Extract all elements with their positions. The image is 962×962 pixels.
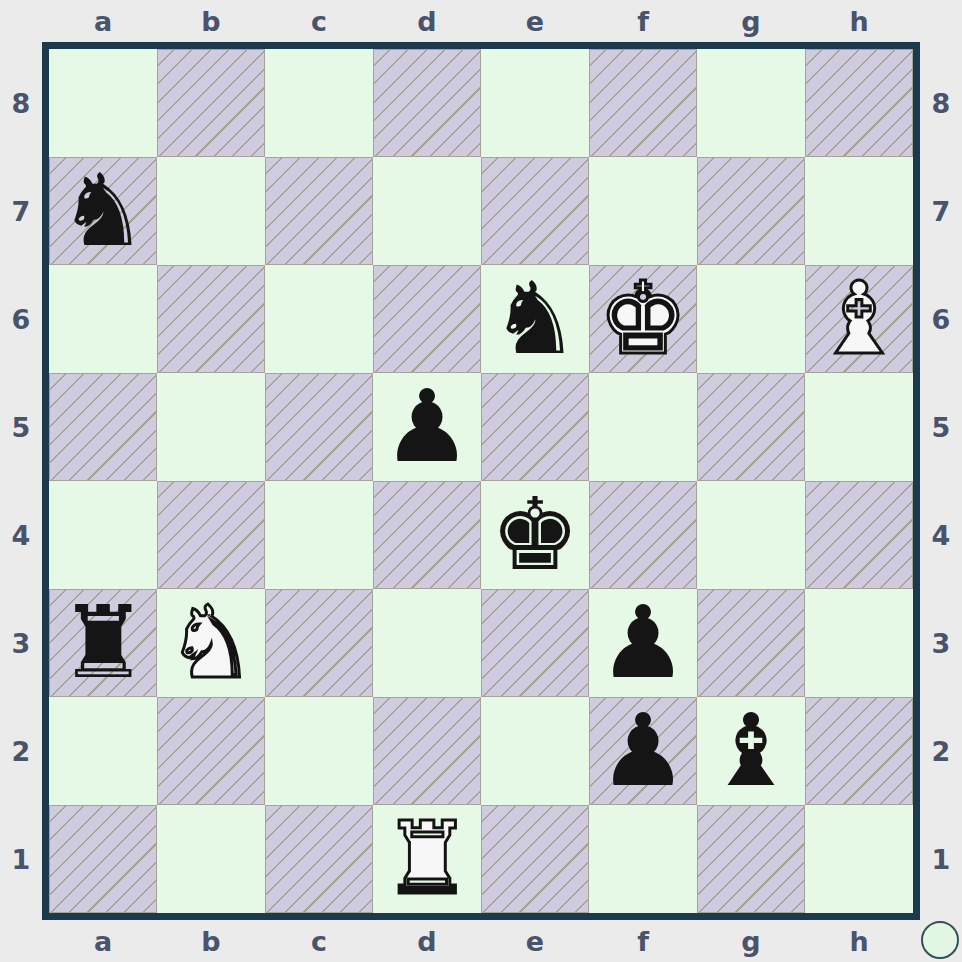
square-g8[interactable] bbox=[697, 49, 805, 157]
chess-board: ♞♞♚♝♟♚♜♞♟♟♝♜ bbox=[42, 42, 920, 920]
square-d5[interactable]: ♟ bbox=[373, 373, 481, 481]
file-label-f: f bbox=[589, 920, 697, 962]
rank-label-3: 3 bbox=[0, 589, 42, 697]
square-b4[interactable] bbox=[157, 481, 265, 589]
rank-label-7: 7 bbox=[0, 157, 42, 265]
piece-black-bishop[interactable]: ♝ bbox=[706, 697, 796, 805]
piece-white-bishop[interactable]: ♝ bbox=[814, 265, 904, 373]
chess-diagram: abcdefgh 87654321 ♞♞♚♝♟♚♜♞♟♟♝♜ 87654321 … bbox=[0, 0, 962, 962]
piece-black-king[interactable]: ♚ bbox=[490, 481, 580, 589]
file-labels-top: abcdefgh bbox=[49, 0, 913, 42]
piece-black-knight[interactable]: ♞ bbox=[58, 157, 148, 265]
rank-label-7: 7 bbox=[920, 157, 962, 265]
square-h8[interactable] bbox=[805, 49, 913, 157]
square-d4[interactable] bbox=[373, 481, 481, 589]
rank-label-8: 8 bbox=[0, 49, 42, 157]
file-label-b: b bbox=[157, 920, 265, 962]
square-g4[interactable] bbox=[697, 481, 805, 589]
file-label-c: c bbox=[265, 0, 373, 42]
square-a8[interactable] bbox=[49, 49, 157, 157]
square-f5[interactable] bbox=[589, 373, 697, 481]
square-a3[interactable]: ♜ bbox=[49, 589, 157, 697]
square-f2[interactable]: ♟ bbox=[589, 697, 697, 805]
rank-label-4: 4 bbox=[0, 481, 42, 589]
square-a7[interactable]: ♞ bbox=[49, 157, 157, 265]
square-f7[interactable] bbox=[589, 157, 697, 265]
square-h1[interactable] bbox=[805, 805, 913, 913]
file-label-b: b bbox=[157, 0, 265, 42]
piece-black-rook[interactable]: ♜ bbox=[58, 589, 148, 697]
square-e6[interactable]: ♞ bbox=[481, 265, 589, 373]
file-label-e: e bbox=[481, 920, 589, 962]
square-g1[interactable] bbox=[697, 805, 805, 913]
square-b5[interactable] bbox=[157, 373, 265, 481]
rank-label-1: 1 bbox=[0, 805, 42, 913]
rank-label-2: 2 bbox=[920, 697, 962, 805]
square-f3[interactable]: ♟ bbox=[589, 589, 697, 697]
square-h2[interactable] bbox=[805, 697, 913, 805]
piece-black-pawn[interactable]: ♟ bbox=[382, 373, 472, 481]
square-c3[interactable] bbox=[265, 589, 373, 697]
rank-label-2: 2 bbox=[0, 697, 42, 805]
square-f8[interactable] bbox=[589, 49, 697, 157]
file-label-c: c bbox=[265, 920, 373, 962]
file-label-d: d bbox=[373, 920, 481, 962]
square-e1[interactable] bbox=[481, 805, 589, 913]
rank-label-5: 5 bbox=[0, 373, 42, 481]
piece-black-knight[interactable]: ♞ bbox=[490, 265, 580, 373]
piece-black-pawn[interactable]: ♟ bbox=[598, 697, 688, 805]
side-to-move-indicator bbox=[921, 921, 959, 959]
square-c5[interactable] bbox=[265, 373, 373, 481]
piece-white-king[interactable]: ♚ bbox=[598, 265, 688, 373]
file-label-h: h bbox=[805, 0, 913, 42]
file-label-a: a bbox=[49, 920, 157, 962]
square-g2[interactable]: ♝ bbox=[697, 697, 805, 805]
square-g5[interactable] bbox=[697, 373, 805, 481]
rank-label-6: 6 bbox=[920, 265, 962, 373]
square-e3[interactable] bbox=[481, 589, 589, 697]
square-g6[interactable] bbox=[697, 265, 805, 373]
rank-label-5: 5 bbox=[920, 373, 962, 481]
file-label-g: g bbox=[697, 0, 805, 42]
file-label-e: e bbox=[481, 0, 589, 42]
square-e5[interactable] bbox=[481, 373, 589, 481]
rank-label-4: 4 bbox=[920, 481, 962, 589]
square-b8[interactable] bbox=[157, 49, 265, 157]
piece-white-knight[interactable]: ♞ bbox=[166, 589, 256, 697]
square-b7[interactable] bbox=[157, 157, 265, 265]
square-b2[interactable] bbox=[157, 697, 265, 805]
square-d8[interactable] bbox=[373, 49, 481, 157]
square-a1[interactable] bbox=[49, 805, 157, 913]
square-d1[interactable]: ♜ bbox=[373, 805, 481, 913]
square-e2[interactable] bbox=[481, 697, 589, 805]
square-a6[interactable] bbox=[49, 265, 157, 373]
piece-white-rook[interactable]: ♜ bbox=[382, 805, 472, 913]
rank-label-3: 3 bbox=[920, 589, 962, 697]
file-label-d: d bbox=[373, 0, 481, 42]
piece-black-pawn[interactable]: ♟ bbox=[598, 589, 688, 697]
square-c8[interactable] bbox=[265, 49, 373, 157]
square-a5[interactable] bbox=[49, 373, 157, 481]
square-h6[interactable]: ♝ bbox=[805, 265, 913, 373]
square-d2[interactable] bbox=[373, 697, 481, 805]
square-c4[interactable] bbox=[265, 481, 373, 589]
square-a4[interactable] bbox=[49, 481, 157, 589]
square-d3[interactable] bbox=[373, 589, 481, 697]
square-b6[interactable] bbox=[157, 265, 265, 373]
file-label-h: h bbox=[805, 920, 913, 962]
square-c2[interactable] bbox=[265, 697, 373, 805]
square-c1[interactable] bbox=[265, 805, 373, 913]
file-label-g: g bbox=[697, 920, 805, 962]
rank-label-6: 6 bbox=[0, 265, 42, 373]
square-a2[interactable] bbox=[49, 697, 157, 805]
square-c6[interactable] bbox=[265, 265, 373, 373]
square-h7[interactable] bbox=[805, 157, 913, 265]
square-b3[interactable]: ♞ bbox=[157, 589, 265, 697]
square-e4[interactable]: ♚ bbox=[481, 481, 589, 589]
rank-labels-right: 87654321 bbox=[920, 49, 962, 913]
square-d6[interactable] bbox=[373, 265, 481, 373]
square-c7[interactable] bbox=[265, 157, 373, 265]
file-label-f: f bbox=[589, 0, 697, 42]
square-g3[interactable] bbox=[697, 589, 805, 697]
rank-label-8: 8 bbox=[920, 49, 962, 157]
square-h5[interactable] bbox=[805, 373, 913, 481]
square-f4[interactable] bbox=[589, 481, 697, 589]
rank-labels-left: 87654321 bbox=[0, 49, 42, 913]
square-h4[interactable] bbox=[805, 481, 913, 589]
file-labels-bottom: abcdefgh bbox=[49, 920, 913, 962]
square-b1[interactable] bbox=[157, 805, 265, 913]
square-d7[interactable] bbox=[373, 157, 481, 265]
square-e8[interactable] bbox=[481, 49, 589, 157]
square-g7[interactable] bbox=[697, 157, 805, 265]
rank-label-1: 1 bbox=[920, 805, 962, 913]
file-label-a: a bbox=[49, 0, 157, 42]
square-f6[interactable]: ♚ bbox=[589, 265, 697, 373]
square-e7[interactable] bbox=[481, 157, 589, 265]
square-f1[interactable] bbox=[589, 805, 697, 913]
square-h3[interactable] bbox=[805, 589, 913, 697]
